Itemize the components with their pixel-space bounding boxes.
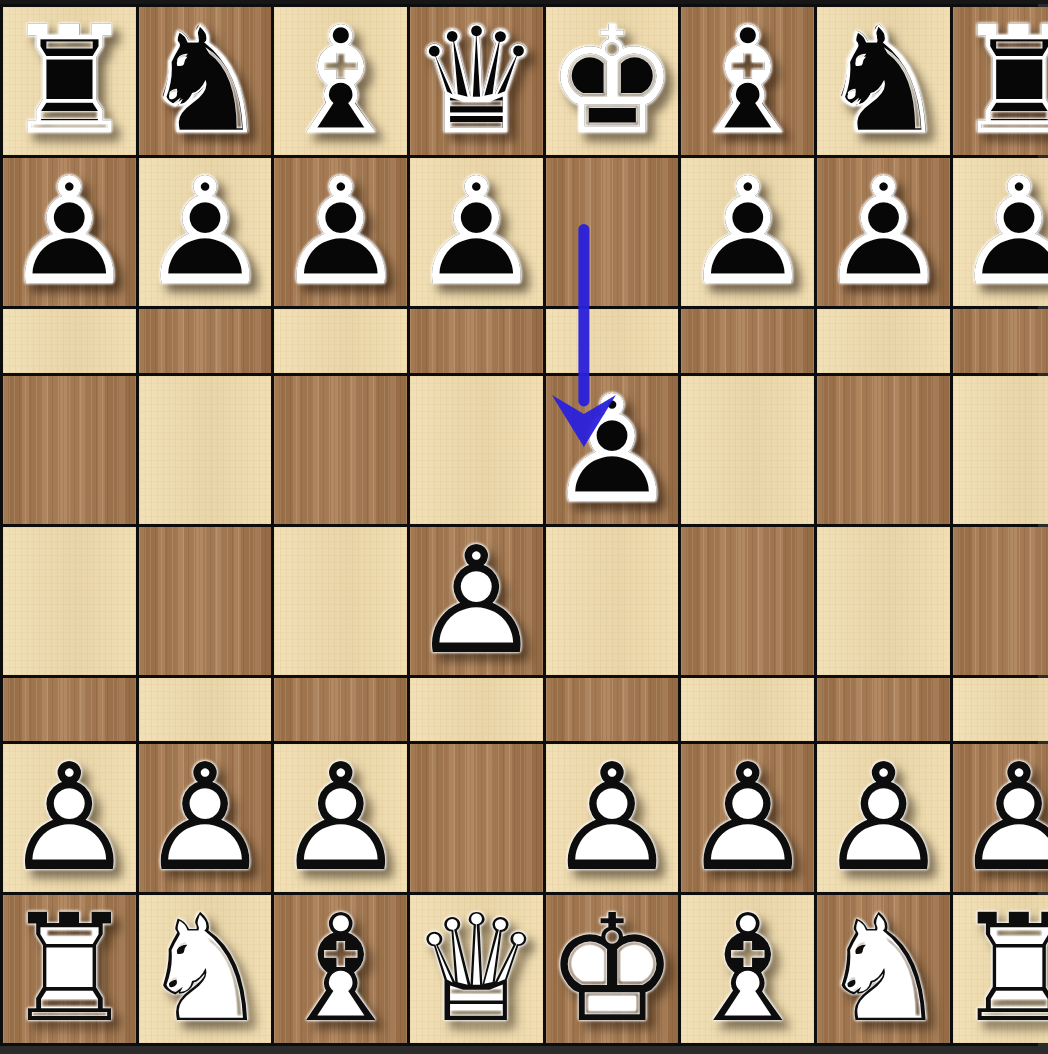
black-pawn[interactable]: ♟♙ [410,158,543,306]
square-b1[interactable]: ♞♘ [139,895,272,1043]
white-pawn[interactable]: ♟♙ [546,744,679,892]
black-king[interactable]: ♚♔ [546,7,679,155]
square-b6[interactable] [139,309,272,373]
square-d1[interactable]: ♛♕ [410,895,543,1043]
square-h2[interactable]: ♟♙ [953,744,1048,892]
square-a8[interactable]: ♜♖ [3,7,136,155]
rook-outline-icon: ♖ [953,895,1048,1043]
black-bishop[interactable]: ♝♗ [681,7,814,155]
white-knight[interactable]: ♞♘ [817,895,950,1043]
pawn-outline-icon: ♙ [817,744,950,892]
knight-outline-icon: ♘ [817,7,950,155]
black-queen[interactable]: ♛♕ [410,7,543,155]
white-pawn[interactable]: ♟♙ [3,744,136,892]
square-c2[interactable]: ♟♙ [274,744,407,892]
pawn-outline-icon: ♙ [3,158,136,306]
knight-outline-icon: ♘ [817,895,950,1043]
pawn-outline-icon: ♙ [410,527,543,675]
square-c8[interactable]: ♝♗ [274,7,407,155]
square-h8[interactable]: ♜♖ [953,7,1048,155]
square-e1[interactable]: ♚♔ [546,895,679,1043]
square-f4[interactable] [681,527,814,675]
rook-outline-icon: ♖ [3,7,136,155]
square-g1[interactable]: ♞♘ [817,895,950,1043]
square-h1[interactable]: ♜♖ [953,895,1048,1043]
king-outline-icon: ♔ [546,7,679,155]
pawn-outline-icon: ♙ [953,158,1048,306]
square-a7[interactable]: ♟♙ [3,158,136,306]
black-pawn[interactable]: ♟♙ [139,158,272,306]
black-pawn[interactable]: ♟♙ [681,158,814,306]
square-d7[interactable]: ♟♙ [410,158,543,306]
queen-outline-icon: ♕ [410,895,543,1043]
square-g6[interactable] [817,309,950,373]
pawn-outline-icon: ♙ [274,158,407,306]
square-e2[interactable]: ♟♙ [546,744,679,892]
square-d2[interactable] [410,744,543,892]
rook-outline-icon: ♖ [3,895,136,1043]
pawn-outline-icon: ♙ [3,744,136,892]
white-pawn[interactable]: ♟♙ [953,744,1048,892]
square-f2[interactable]: ♟♙ [681,744,814,892]
square-b7[interactable]: ♟♙ [139,158,272,306]
black-pawn[interactable]: ♟♙ [3,158,136,306]
square-c6[interactable] [274,309,407,373]
black-knight[interactable]: ♞♘ [817,7,950,155]
white-queen[interactable]: ♛♕ [410,895,543,1043]
pawn-outline-icon: ♙ [681,158,814,306]
chess-board: ♜♖♞♘♝♗♛♕♚♔♝♗♞♘♜♖♟♙♟♙♟♙♟♙♟♙♟♙♟♙♟♙♟♙♟♙♟♙♟♙… [0,4,1038,1046]
black-pawn[interactable]: ♟♙ [546,376,679,524]
white-bishop[interactable]: ♝♗ [274,895,407,1043]
square-e6[interactable] [546,309,679,373]
square-b5[interactable] [139,376,272,524]
square-b8[interactable]: ♞♘ [139,7,272,155]
square-f8[interactable]: ♝♗ [681,7,814,155]
square-f1[interactable]: ♝♗ [681,895,814,1043]
white-pawn[interactable]: ♟♙ [817,744,950,892]
pawn-outline-icon: ♙ [139,744,272,892]
black-pawn[interactable]: ♟♙ [817,158,950,306]
square-d3[interactable] [410,678,543,742]
bishop-outline-icon: ♗ [681,7,814,155]
white-rook[interactable]: ♜♖ [3,895,136,1043]
square-f6[interactable] [681,309,814,373]
white-pawn[interactable]: ♟♙ [681,744,814,892]
rook-outline-icon: ♖ [953,7,1048,155]
pawn-outline-icon: ♙ [546,376,679,524]
black-pawn[interactable]: ♟♙ [274,158,407,306]
square-d4[interactable]: ♟♙ [410,527,543,675]
pawn-outline-icon: ♙ [953,744,1048,892]
pawn-outline-icon: ♙ [410,158,543,306]
square-a5[interactable] [3,376,136,524]
queen-outline-icon: ♕ [410,7,543,155]
pawn-outline-icon: ♙ [681,744,814,892]
white-pawn[interactable]: ♟♙ [274,744,407,892]
square-f7[interactable]: ♟♙ [681,158,814,306]
square-c5[interactable] [274,376,407,524]
square-d5[interactable] [410,376,543,524]
square-a1[interactable]: ♜♖ [3,895,136,1043]
white-pawn[interactable]: ♟♙ [139,744,272,892]
white-pawn[interactable]: ♟♙ [410,527,543,675]
square-e4[interactable] [546,527,679,675]
square-e7[interactable] [546,158,679,306]
square-h4[interactable] [953,527,1048,675]
square-a2[interactable]: ♟♙ [3,744,136,892]
square-d6[interactable] [410,309,543,373]
bishop-outline-icon: ♗ [274,895,407,1043]
black-knight[interactable]: ♞♘ [139,7,272,155]
black-rook[interactable]: ♜♖ [953,7,1048,155]
square-c4[interactable] [274,527,407,675]
square-d8[interactable]: ♛♕ [410,7,543,155]
knight-outline-icon: ♘ [139,7,272,155]
white-king[interactable]: ♚♔ [546,895,679,1043]
square-h5[interactable] [953,376,1048,524]
square-g8[interactable]: ♞♘ [817,7,950,155]
square-h6[interactable] [953,309,1048,373]
king-outline-icon: ♔ [546,895,679,1043]
bishop-outline-icon: ♗ [274,7,407,155]
white-knight[interactable]: ♞♘ [139,895,272,1043]
pawn-outline-icon: ♙ [546,744,679,892]
white-bishop[interactable]: ♝♗ [681,895,814,1043]
square-g2[interactable]: ♟♙ [817,744,950,892]
bishop-outline-icon: ♗ [681,895,814,1043]
square-g5[interactable] [817,376,950,524]
black-bishop[interactable]: ♝♗ [274,7,407,155]
square-h7[interactable]: ♟♙ [953,158,1048,306]
square-e5[interactable]: ♟♙ [546,376,679,524]
pawn-outline-icon: ♙ [817,158,950,306]
square-g4[interactable] [817,527,950,675]
square-f5[interactable] [681,376,814,524]
square-a4[interactable] [3,527,136,675]
square-c1[interactable]: ♝♗ [274,895,407,1043]
knight-outline-icon: ♘ [139,895,272,1043]
square-g7[interactable]: ♟♙ [817,158,950,306]
square-a6[interactable] [3,309,136,373]
square-b2[interactable]: ♟♙ [139,744,272,892]
black-rook[interactable]: ♜♖ [3,7,136,155]
square-e8[interactable]: ♚♔ [546,7,679,155]
pawn-outline-icon: ♙ [274,744,407,892]
square-c7[interactable]: ♟♙ [274,158,407,306]
black-pawn[interactable]: ♟♙ [953,158,1048,306]
chess-board-frame: ♜♖♞♘♝♗♛♕♚♔♝♗♞♘♜♖♟♙♟♙♟♙♟♙♟♙♟♙♟♙♟♙♟♙♟♙♟♙♟♙… [0,4,1038,1046]
pawn-outline-icon: ♙ [139,158,272,306]
square-b4[interactable] [139,527,272,675]
white-rook[interactable]: ♜♖ [953,895,1048,1043]
